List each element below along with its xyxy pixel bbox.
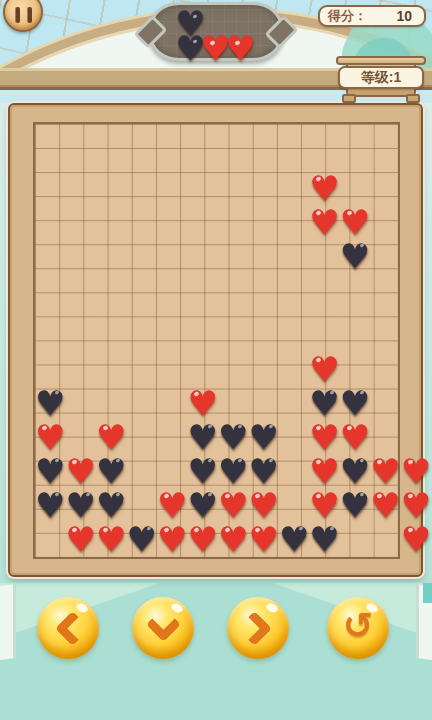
red-heart: ♥ xyxy=(309,488,339,522)
score-box: 得分： 10 xyxy=(318,5,426,27)
dark-heart: ♥ xyxy=(218,454,248,488)
dark-heart: ♥ xyxy=(309,386,339,420)
red-heart: ♥ xyxy=(187,522,217,556)
dark-heart: ♥ xyxy=(248,420,278,454)
dark-heart: ♥ xyxy=(187,420,217,454)
red-heart: ♥ xyxy=(370,454,400,488)
dark-heart: ♥ xyxy=(96,454,126,488)
pedestal-foot xyxy=(406,94,420,103)
move-right-button[interactable] xyxy=(227,597,289,659)
dark-heart: ♥ xyxy=(340,386,370,420)
dark-heart: ♥ xyxy=(35,386,65,420)
red-heart: ♥ xyxy=(218,522,248,556)
chevron-right-icon xyxy=(236,610,271,645)
dark-heart: ♥ xyxy=(35,454,65,488)
red-heart: ♥ xyxy=(157,488,187,522)
pause-icon xyxy=(27,7,32,23)
red-heart: ♥ xyxy=(309,454,339,488)
wall-edge-right xyxy=(423,583,432,603)
chevron-down-icon xyxy=(145,606,180,641)
red-heart: ♥ xyxy=(157,522,187,556)
red-heart: ♥ xyxy=(309,205,339,239)
level-label: 等级:1 xyxy=(361,69,401,87)
dark-heart: ♥ xyxy=(126,522,156,556)
red-heart: ♥ xyxy=(248,522,278,556)
door-jamb-left xyxy=(0,584,16,660)
game-screen: ♥♥♥♥♥♥♥♥♥♥♥♥♥♥♥♥♥♥♥♥♥♥♥♥♥♥♥♥♥♥♥♥♥♥♥♥♥♥♥♥… xyxy=(0,0,432,720)
level-badge: 等级:1 xyxy=(330,56,432,103)
board-grid: ♥♥♥♥♥♥♥♥♥♥♥♥♥♥♥♥♥♥♥♥♥♥♥♥♥♥♥♥♥♥♥♥♥♥♥♥♥♥♥♥… xyxy=(33,122,400,559)
next-piece-preview: ♥♥♥♥ xyxy=(149,2,283,61)
pause-icon xyxy=(15,7,20,23)
red-heart: ♥ xyxy=(65,522,95,556)
red-heart: ♥ xyxy=(35,420,65,454)
game-board: ♥♥♥♥♥♥♥♥♥♥♥♥♥♥♥♥♥♥♥♥♥♥♥♥♥♥♥♥♥♥♥♥♥♥♥♥♥♥♥♥… xyxy=(8,103,423,577)
chevron-left-icon xyxy=(54,610,89,645)
level-plaque: 等级:1 xyxy=(338,66,424,89)
red-heart: ♥ xyxy=(370,488,400,522)
dark-heart: ♥ xyxy=(340,454,370,488)
red-heart: ♥ xyxy=(187,386,217,420)
dark-heart: ♥ xyxy=(279,522,309,556)
dark-heart: ♥ xyxy=(340,488,370,522)
red-heart: ♥ xyxy=(228,35,253,60)
score-value: 10 xyxy=(396,8,412,24)
dark-heart: ♥ xyxy=(96,488,126,522)
rotate-ccw-icon: ↺ xyxy=(343,608,373,644)
red-heart: ♥ xyxy=(309,420,339,454)
dark-heart: ♥ xyxy=(218,420,248,454)
next-piece-grid: ♥♥♥♥ xyxy=(178,11,253,61)
move-left-button[interactable] xyxy=(37,597,99,659)
red-heart: ♥ xyxy=(340,205,370,239)
red-heart: ♥ xyxy=(401,488,431,522)
dark-heart: ♥ xyxy=(178,35,203,60)
dark-heart: ♥ xyxy=(187,488,217,522)
red-heart: ♥ xyxy=(218,488,248,522)
score-label: 得分： xyxy=(328,7,367,25)
dark-heart: ♥ xyxy=(65,488,95,522)
pedestal-foot xyxy=(342,94,356,103)
red-heart: ♥ xyxy=(401,454,431,488)
red-heart: ♥ xyxy=(248,488,278,522)
red-heart: ♥ xyxy=(96,522,126,556)
red-heart: ♥ xyxy=(309,352,339,386)
dark-heart: ♥ xyxy=(309,522,339,556)
red-heart: ♥ xyxy=(401,522,431,556)
move-down-button[interactable] xyxy=(132,597,194,659)
rotate-button[interactable]: ↺ xyxy=(327,597,389,659)
red-heart: ♥ xyxy=(309,171,339,205)
red-heart: ♥ xyxy=(340,420,370,454)
dark-heart: ♥ xyxy=(35,488,65,522)
dark-heart: ♥ xyxy=(187,454,217,488)
red-heart: ♥ xyxy=(65,454,95,488)
red-heart: ♥ xyxy=(96,420,126,454)
dark-heart: ♥ xyxy=(248,454,278,488)
red-heart: ♥ xyxy=(203,35,228,60)
dark-heart: ♥ xyxy=(340,239,370,273)
